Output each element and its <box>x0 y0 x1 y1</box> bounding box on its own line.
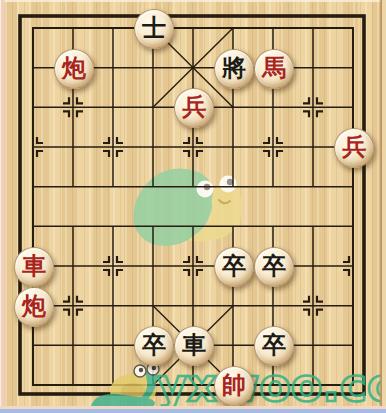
piece-glyph: 兵 <box>182 95 206 119</box>
pieces-layer: 士炮將馬兵兵車卒卒炮卒車卒帥 <box>0 0 386 413</box>
piece-glyph: 炮 <box>22 294 46 318</box>
piece-red-chariot[interactable]: 車 <box>14 247 54 287</box>
piece-glyph: 士 <box>142 16 166 40</box>
piece-red-cannon[interactable]: 炮 <box>54 49 94 89</box>
piece-black-chariot[interactable]: 車 <box>174 326 214 366</box>
piece-black-soldier[interactable]: 卒 <box>134 326 174 366</box>
piece-glyph: 卒 <box>262 333 286 357</box>
piece-black-soldier[interactable]: 卒 <box>254 247 294 287</box>
piece-black-soldier[interactable]: 卒 <box>214 247 254 287</box>
piece-red-cannon[interactable]: 炮 <box>14 287 54 327</box>
piece-glyph: 帥 <box>222 373 246 397</box>
xiangqi-board: yxwoo.com 士炮將馬兵兵車卒卒炮卒車卒帥 <box>0 0 386 413</box>
piece-glyph: 兵 <box>342 135 366 159</box>
piece-red-horse[interactable]: 馬 <box>254 49 294 89</box>
piece-red-general[interactable]: 帥 <box>214 366 254 406</box>
piece-glyph: 車 <box>22 254 46 278</box>
piece-glyph: 車 <box>182 333 206 357</box>
piece-glyph: 炮 <box>62 56 86 80</box>
piece-red-soldier[interactable]: 兵 <box>174 88 214 128</box>
piece-black-general[interactable]: 將 <box>214 49 254 89</box>
piece-black-soldier[interactable]: 卒 <box>254 326 294 366</box>
piece-glyph: 卒 <box>262 254 286 278</box>
piece-glyph: 卒 <box>222 254 246 278</box>
piece-glyph: 將 <box>222 56 246 80</box>
piece-glyph: 馬 <box>262 56 286 80</box>
piece-red-soldier[interactable]: 兵 <box>334 128 374 168</box>
piece-black-advisor[interactable]: 士 <box>134 9 174 49</box>
piece-glyph: 卒 <box>142 333 166 357</box>
